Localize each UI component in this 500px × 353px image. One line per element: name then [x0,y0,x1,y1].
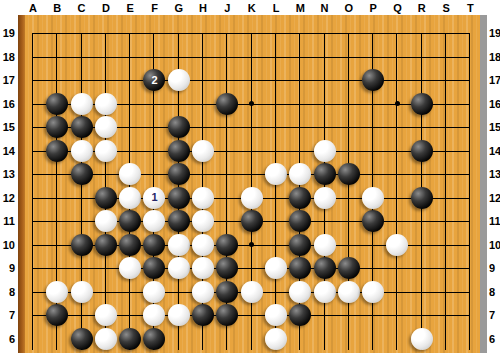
stone-black-O13 [338,163,360,185]
stone-white-E9 [119,257,141,279]
column-label-K: K [240,1,264,15]
row-label-right-16: 16 [489,97,500,111]
stone-black-D10 [95,234,117,256]
stone-white-H8 [192,281,214,303]
stone-white-L9 [265,257,287,279]
stone-white-P8 [362,281,384,303]
stone-white-H11 [192,210,214,232]
stone-black-H7 [192,304,214,326]
go-app-view: 21 ABCDEFGHJKLMNOPQRST191918181717161615… [0,0,500,353]
column-label-B: B [45,1,69,15]
column-label-M: M [288,1,312,15]
stone-white-H12 [192,187,214,209]
stone-white-H10 [192,234,214,256]
stone-white-K8 [241,281,263,303]
stone-black-G12 [168,187,190,209]
stone-white-N10 [314,234,336,256]
column-label-J: J [215,1,239,15]
stone-white-O8 [338,281,360,303]
column-label-L: L [264,1,288,15]
stone-white-F7 [143,304,165,326]
stone-black-J10 [216,234,238,256]
row-label-left-9: 9 [0,261,15,275]
stone-white-Q10 [386,234,408,256]
row-label-left-15: 15 [0,120,15,134]
row-label-right-8: 8 [489,285,500,299]
stone-black-F9 [143,257,165,279]
move-number-label: 1 [151,192,157,203]
stone-white-F8 [143,281,165,303]
stone-white-K12 [241,187,263,209]
stone-white-F11 [143,210,165,232]
stone-black-G11 [168,210,190,232]
stone-black-B16 [46,93,68,115]
stone-black-M10 [289,234,311,256]
row-label-left-13: 13 [0,167,15,181]
stone-black-N9 [314,257,336,279]
stone-white-G17 [168,69,190,91]
row-label-left-11: 11 [0,214,15,228]
stone-black-M12 [289,187,311,209]
row-label-right-7: 7 [489,308,500,322]
stone-white-G10 [168,234,190,256]
stone-white-R6 [411,328,433,350]
stone-white-D14 [95,140,117,162]
row-label-left-18: 18 [0,50,15,64]
stone-white-H14 [192,140,214,162]
stone-black-J16 [216,93,238,115]
stone-black-R12 [411,187,433,209]
stone-white-G7 [168,304,190,326]
stone-black-B7 [46,304,68,326]
stone-black-C10 [71,234,93,256]
stone-black-F17: 2 [143,69,165,91]
stone-black-M11 [289,210,311,232]
column-label-G: G [167,1,191,15]
stone-white-N12 [314,187,336,209]
stone-black-C15 [71,116,93,138]
stone-white-L13 [265,163,287,185]
star-point-Q16 [395,101,400,106]
stone-black-B15 [46,116,68,138]
move-number-label: 2 [151,75,157,86]
stone-black-P17 [362,69,384,91]
stone-black-F6 [143,328,165,350]
stone-black-F10 [143,234,165,256]
star-point-K10 [249,242,254,247]
column-label-N: N [312,1,336,15]
stone-black-G13 [168,163,190,185]
row-label-left-16: 16 [0,97,15,111]
column-label-E: E [118,1,142,15]
stone-black-R14 [411,140,433,162]
stone-white-E12 [119,187,141,209]
stone-white-C16 [71,93,93,115]
stone-black-B14 [46,140,68,162]
row-label-left-7: 7 [0,308,15,322]
column-label-C: C [69,1,93,15]
stone-white-N8 [314,281,336,303]
stone-white-P12 [362,187,384,209]
stone-white-N14 [314,140,336,162]
row-label-right-9: 9 [489,261,500,275]
stone-black-M9 [289,257,311,279]
stone-black-E6 [119,328,141,350]
stone-black-K11 [241,210,263,232]
row-label-left-14: 14 [0,144,15,158]
stone-black-M7 [289,304,311,326]
row-label-right-10: 10 [489,238,500,252]
column-label-D: D [94,1,118,15]
stone-white-D6 [95,328,117,350]
stone-white-L6 [265,328,287,350]
column-label-P: P [361,1,385,15]
stone-black-C6 [71,328,93,350]
stone-white-F12: 1 [143,187,165,209]
stone-white-D7 [95,304,117,326]
stone-white-M13 [289,163,311,185]
column-label-R: R [410,1,434,15]
star-point-K16 [249,101,254,106]
stone-white-D15 [95,116,117,138]
column-label-Q: Q [385,1,409,15]
row-label-right-11: 11 [489,214,500,228]
stone-white-C14 [71,140,93,162]
column-label-H: H [191,1,215,15]
stone-black-R16 [411,93,433,115]
row-label-right-13: 13 [489,167,500,181]
column-label-O: O [337,1,361,15]
stone-white-G9 [168,257,190,279]
stone-white-D16 [95,93,117,115]
stone-white-C8 [71,281,93,303]
stone-white-E13 [119,163,141,185]
row-label-right-6: 6 [489,332,500,346]
stone-white-L7 [265,304,287,326]
row-label-left-17: 17 [0,73,15,87]
stone-black-E10 [119,234,141,256]
stone-white-H9 [192,257,214,279]
row-label-left-8: 8 [0,285,15,299]
stone-white-B8 [46,281,68,303]
stone-black-J9 [216,257,238,279]
column-label-T: T [458,1,482,15]
row-label-left-19: 19 [0,26,15,40]
stone-white-D11 [95,210,117,232]
row-label-right-12: 12 [489,191,500,205]
row-label-right-17: 17 [489,73,500,87]
row-label-right-14: 14 [489,144,500,158]
column-label-F: F [142,1,166,15]
stone-black-C13 [71,163,93,185]
column-label-S: S [434,1,458,15]
row-label-right-19: 19 [489,26,500,40]
stone-black-E11 [119,210,141,232]
stone-white-M8 [289,281,311,303]
stone-black-J8 [216,281,238,303]
stone-black-G14 [168,140,190,162]
row-label-left-10: 10 [0,238,15,252]
row-label-left-12: 12 [0,191,15,205]
stone-black-J7 [216,304,238,326]
stone-black-O9 [338,257,360,279]
stone-black-P11 [362,210,384,232]
go-board-grid[interactable]: 21 [21,21,483,350]
column-label-A: A [21,1,45,15]
stone-black-N13 [314,163,336,185]
row-label-right-18: 18 [489,50,500,64]
stone-black-D12 [95,187,117,209]
row-label-right-15: 15 [489,120,500,134]
stone-black-G15 [168,116,190,138]
row-label-left-6: 6 [0,332,15,346]
